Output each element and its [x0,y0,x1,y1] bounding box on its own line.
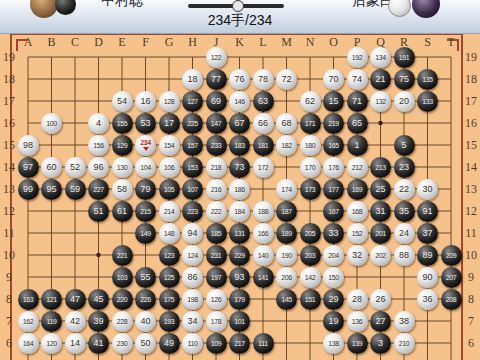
move-number: 101 [234,318,244,325]
move-number: 42 [70,317,80,326]
move-number: 166 [258,230,268,237]
stone-P15: 1 [347,135,368,156]
move-number: 185 [211,230,221,237]
stone-G13: 105 [159,179,180,200]
col-label-E: E [118,35,125,50]
stone-K8: 179 [229,289,250,310]
move-number: 93 [234,273,244,282]
stone-J9: 197 [206,267,227,288]
move-number: 135 [422,76,432,83]
move-number: 50 [140,339,150,348]
stone-A8: 163 [18,289,39,310]
row-label-12: 12 [3,204,15,219]
move-number: 203 [305,252,315,259]
move-number: 168 [352,208,362,215]
move-number: 227 [93,186,103,193]
col-label-C: C [71,35,79,50]
stone-L16: 66 [253,113,274,134]
stone-H18: 18 [182,69,203,90]
stone-L15: 181 [253,135,274,156]
move-number: 133 [422,98,432,105]
col-label-G: G [165,35,174,50]
move-number: 66 [258,119,268,128]
row-label-18: 18 [3,72,15,87]
stone-E13: 58 [112,179,133,200]
move-counter: 234手/234 [0,12,480,30]
col-label-H: H [188,35,197,50]
move-number: 151 [305,296,315,303]
slider-knob[interactable] [232,0,244,12]
move-number: 122 [211,54,221,61]
stone-L10: 140 [253,245,274,266]
move-number: 198 [187,296,197,303]
move-number: 31 [375,207,385,216]
move-number: 150 [328,274,338,281]
stone-G9: 125 [159,267,180,288]
row-label-6: 6 [468,336,474,351]
stone-B7: 119 [41,311,62,332]
stone-H13: 107 [182,179,203,200]
stone-J19: 122 [206,47,227,68]
stone-G17: 128 [159,91,180,112]
stone-L11: 166 [253,223,274,244]
stone-N8: 151 [300,289,321,310]
move-number: 230 [117,340,127,347]
stone-J14: 218 [206,157,227,178]
stone-H16: 225 [182,113,203,134]
stone-P11: 152 [347,223,368,244]
move-number: 62 [305,97,315,106]
stone-N14: 170 [300,157,321,178]
stone-D16: 4 [88,113,109,134]
stone-P6: 139 [347,333,368,354]
col-label-A: A [24,35,33,50]
stone-G10: 123 [159,245,180,266]
stone-E12: 61 [112,201,133,222]
stone-K18: 76 [229,69,250,90]
stone-H7: 34 [182,311,203,332]
move-number: 1 [354,141,359,150]
stone-E10: 221 [112,245,133,266]
stone-R13: 22 [394,179,415,200]
stone-Q19: 134 [370,47,391,68]
col-label-O: O [329,35,338,50]
move-number: 70 [328,75,338,84]
stone-O7: 19 [323,311,344,332]
move-number: 106 [164,164,174,171]
stone-F8: 226 [135,289,156,310]
move-number: 27 [375,317,385,326]
move-number: 89 [422,251,432,260]
stone-K9: 93 [229,267,250,288]
stone-D12: 51 [88,201,109,222]
stone-H9: 86 [182,267,203,288]
stone-C14: 52 [65,157,86,178]
stone-P19: 192 [347,47,368,68]
stone-J16: 147 [206,113,227,134]
stone-D14: 96 [88,157,109,178]
move-number: 216 [211,186,221,193]
stone-O12: 167 [323,201,344,222]
stone-O6: 138 [323,333,344,354]
move-number: 153 [187,164,197,171]
move-number: 189 [281,230,291,237]
move-number: 107 [187,186,197,193]
move-number: 45 [93,295,103,304]
row-label-17: 17 [465,94,477,109]
move-number: 190 [281,252,291,259]
move-number: 129 [117,142,127,149]
move-number: 73 [234,163,244,172]
stone-D7: 39 [88,311,109,332]
stone-D6: 41 [88,333,109,354]
move-number: 96 [93,163,103,172]
move-number: 221 [117,252,127,259]
stone-A6: 164 [18,333,39,354]
stone-F16: 53 [135,113,156,134]
stone-P12: 168 [347,201,368,222]
stone-K10: 229 [229,245,250,266]
stone-H14: 153 [182,157,203,178]
row-label-17: 17 [3,94,15,109]
stone-H8: 198 [182,289,203,310]
move-number: 128 [164,98,174,105]
move-number: 49 [164,339,174,348]
move-number: 174 [281,186,291,193]
stone-N13: 173 [300,179,321,200]
stone-O18: 70 [323,69,344,90]
stone-F14: 104 [135,157,156,178]
move-number: 218 [211,164,221,171]
stone-E6: 230 [112,333,133,354]
move-number: 229 [234,252,244,259]
move-number: 134 [375,54,385,61]
move-number: 182 [281,142,291,149]
row-label-11: 11 [465,226,477,241]
move-number: 171 [305,120,315,127]
stone-O9: 150 [323,267,344,288]
move-slider[interactable] [188,4,284,8]
move-number: 78 [258,75,268,84]
left-player-name: 中村聪 [101,0,143,10]
stone-M12: 187 [276,201,297,222]
move-number: 69 [211,97,221,106]
move-number: 100 [46,120,56,127]
move-number: 220 [117,296,127,303]
stone-H11: 94 [182,223,203,244]
move-number: 30 [422,185,432,194]
move-number: 228 [117,318,127,325]
stone-O15: 165 [323,135,344,156]
row-label-19: 19 [3,50,15,65]
row-label-15: 15 [465,138,477,153]
move-number: 148 [164,230,174,237]
stone-F17: 16 [135,91,156,112]
move-number: 77 [211,75,221,84]
move-number: 149 [140,230,150,237]
row-label-9: 9 [468,270,474,285]
move-number: 176 [328,164,338,171]
stone-N15: 180 [300,135,321,156]
move-number: 90 [422,273,432,282]
stone-O11: 33 [323,223,344,244]
move-number: 138 [328,340,338,347]
move-number: 71 [352,97,362,106]
stone-S12: 91 [417,201,438,222]
move-number: 41 [93,339,103,348]
stone-F11: 149 [135,223,156,244]
row-label-15: 15 [3,138,15,153]
move-number: 51 [93,207,103,216]
stone-K13: 186 [229,179,250,200]
move-number: 146 [234,98,244,105]
stone-G15: 154 [159,135,180,156]
move-number: 32 [352,251,362,260]
stone-D8: 45 [88,289,109,310]
stone-E15: 129 [112,135,133,156]
col-label-K: K [235,35,244,50]
move-number: 36 [422,295,432,304]
stone-N11: 205 [300,223,321,244]
move-number: 142 [305,274,315,281]
stone-Q13: 25 [370,179,391,200]
stone-H17: 127 [182,91,203,112]
move-number: 207 [446,274,456,281]
move-number: 105 [164,186,174,193]
move-number: 222 [211,208,221,215]
row-label-6: 6 [6,336,12,351]
stone-N16: 171 [300,113,321,134]
move-number: 181 [258,142,268,149]
row-label-12: 12 [465,204,477,219]
stone-M18: 72 [276,69,297,90]
stone-L12: 188 [253,201,274,222]
stone-R11: 24 [394,223,415,244]
move-number: 97 [23,163,33,172]
stone-R18: 75 [394,69,415,90]
move-number: 183 [234,142,244,149]
move-number: 214 [164,208,174,215]
row-label-7: 7 [6,314,12,329]
move-number: 209 [446,252,456,259]
stone-L18: 78 [253,69,274,90]
move-number: 120 [46,340,56,347]
col-label-L: L [259,35,266,50]
row-label-16: 16 [3,116,15,131]
stone-N17: 62 [300,91,321,112]
row-label-18: 18 [465,72,477,87]
stone-J12: 222 [206,201,227,222]
move-number: 121 [46,296,56,303]
move-number: 197 [211,274,221,281]
move-number: 91 [422,207,432,216]
move-number: 177 [328,186,338,193]
move-number: 37 [422,229,432,238]
stone-R10: 88 [394,245,415,266]
stone-D13: 227 [88,179,109,200]
stone-K15: 183 [229,135,250,156]
row-label-10: 10 [465,248,477,263]
move-number: 60 [46,163,56,172]
stone-J8: 126 [206,289,227,310]
move-number: 17 [164,119,174,128]
move-number: 179 [234,296,244,303]
stone-R7: 38 [394,311,415,332]
move-number: 111 [258,340,267,347]
stone-L14: 172 [253,157,274,178]
stone-H15: 157 [182,135,203,156]
move-number: 186 [234,186,244,193]
move-number: 28 [352,295,362,304]
move-number: 233 [211,142,221,149]
stone-R14: 23 [394,157,415,178]
move-number: 74 [352,75,362,84]
stone-M15: 182 [276,135,297,156]
row-label-14: 14 [3,160,15,175]
row-label-7: 7 [468,314,474,329]
row-label-16: 16 [465,116,477,131]
move-number: 140 [258,252,268,259]
stone-S8: 36 [417,289,438,310]
move-number: 141 [258,274,268,281]
move-number: 130 [117,164,127,171]
move-number: 94 [187,229,197,238]
move-number: 147 [211,120,221,127]
stone-F15: 234 [135,135,156,156]
move-number: 193 [164,318,174,325]
move-number: 170 [305,164,315,171]
move-number: 125 [164,274,174,281]
move-number: 19 [328,317,338,326]
stone-Q10: 202 [370,245,391,266]
move-number: 219 [328,120,338,127]
row-label-13: 13 [3,182,15,197]
stone-N10: 203 [300,245,321,266]
move-number: 202 [375,252,385,259]
stone-O14: 176 [323,157,344,178]
move-number: 131 [234,230,244,237]
col-label-B: B [47,35,55,50]
stone-J13: 216 [206,179,227,200]
stone-P14: 212 [347,157,368,178]
stone-E14: 130 [112,157,133,178]
stone-L17: 63 [253,91,274,112]
stone-J6: 109 [206,333,227,354]
move-number: 21 [375,75,385,84]
move-number: 67 [234,119,244,128]
move-number: 225 [187,120,197,127]
move-number: 119 [47,318,57,325]
stone-M11: 189 [276,223,297,244]
stone-K12: 184 [229,201,250,222]
move-number: 35 [399,207,409,216]
move-number: 88 [399,251,409,260]
row-label-19: 19 [465,50,477,65]
move-number: 15 [328,97,338,106]
stone-K6: 217 [229,333,250,354]
move-number: 59 [70,185,80,194]
row-label-8: 8 [468,292,474,307]
col-label-D: D [94,35,103,50]
move-number: 145 [281,296,291,303]
stone-S13: 30 [417,179,438,200]
move-number: 215 [140,208,150,215]
move-number: 75 [399,75,409,84]
move-number: 167 [328,208,338,215]
stone-E16: 155 [112,113,133,134]
move-number: 226 [140,296,150,303]
stone-J17: 69 [206,91,227,112]
move-number: 132 [375,98,385,105]
stone-E9: 103 [112,267,133,288]
move-number: 58 [117,185,127,194]
stone-R19: 191 [394,47,415,68]
stone-G11: 148 [159,223,180,244]
stone-K7: 101 [229,311,250,332]
row-label-9: 9 [6,270,12,285]
move-number: 3 [378,339,383,348]
stone-Q17: 132 [370,91,391,112]
move-number: 204 [328,252,338,259]
stone-H6: 110 [182,333,203,354]
move-number: 65 [352,119,362,128]
move-number: 79 [140,185,150,194]
stone-S9: 90 [417,267,438,288]
stone-G6: 49 [159,333,180,354]
stone-K11: 131 [229,223,250,244]
move-number: 124 [187,252,197,259]
move-number: 86 [187,273,197,282]
stone-D15: 156 [88,135,109,156]
stone-B6: 120 [41,333,62,354]
move-number: 39 [93,317,103,326]
move-number: 123 [164,252,174,259]
stone-Q7: 27 [370,311,391,332]
stone-Q14: 213 [370,157,391,178]
move-number: 38 [399,317,409,326]
stone-J7: 178 [206,311,227,332]
move-number: 109 [211,340,221,347]
move-number: 103 [117,274,127,281]
move-number: 175 [164,296,174,303]
col-label-T: T [447,35,454,50]
last-move-marker [143,147,149,151]
move-number: 33 [328,229,338,238]
col-label-N: N [306,35,315,50]
move-number: 156 [93,142,103,149]
stone-J15: 233 [206,135,227,156]
stone-J11: 185 [206,223,227,244]
move-number: 192 [352,54,362,61]
stone-L6: 111 [253,333,274,354]
stone-T10: 209 [441,245,462,266]
move-number: 26 [375,295,385,304]
move-number: 16 [140,97,150,106]
move-number: 208 [446,296,456,303]
stone-B16: 100 [41,113,62,134]
move-number: 139 [352,340,362,347]
move-number: 172 [258,164,268,171]
col-label-M: M [281,35,292,50]
move-number: 23 [399,163,409,172]
move-number: 104 [140,164,150,171]
move-number: 205 [305,230,315,237]
move-number: 210 [399,340,409,347]
row-label-14: 14 [465,160,477,175]
move-number: 201 [375,230,385,237]
move-number: 47 [70,295,80,304]
move-number: 34 [187,317,197,326]
